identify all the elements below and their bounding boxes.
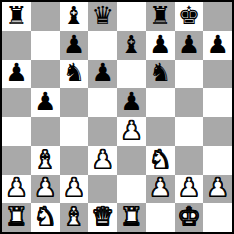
white-rook: ♜ (120, 204, 142, 229)
square-e8[interactable] (117, 2, 146, 31)
square-f8[interactable]: ♜ (146, 2, 175, 31)
square-e3[interactable] (117, 146, 146, 175)
square-f5[interactable] (146, 88, 175, 117)
square-h7[interactable]: ♟ (203, 31, 232, 60)
black-bishop: ♝ (63, 3, 85, 28)
square-f4[interactable] (146, 117, 175, 146)
white-knight: ♞ (34, 204, 56, 229)
square-h1[interactable] (203, 203, 232, 232)
square-e2[interactable] (117, 175, 146, 204)
square-f7[interactable]: ♟ (146, 31, 175, 60)
square-b5[interactable]: ♟ (31, 88, 60, 117)
square-h2[interactable]: ♟ (203, 175, 232, 204)
square-e4[interactable]: ♟ (117, 117, 146, 146)
square-h5[interactable] (203, 88, 232, 117)
black-bishop: ♝ (120, 32, 142, 57)
square-d1[interactable]: ♛ (88, 203, 117, 232)
white-bishop: ♝ (63, 204, 85, 229)
black-pawn: ♟ (206, 32, 228, 57)
square-a7[interactable] (2, 31, 31, 60)
square-h3[interactable] (203, 146, 232, 175)
black-pawn: ♟ (63, 32, 85, 57)
square-c4[interactable] (60, 117, 89, 146)
square-d5[interactable] (88, 88, 117, 117)
white-knight: ♞ (149, 147, 171, 172)
square-f1[interactable] (146, 203, 175, 232)
square-c8[interactable]: ♝ (60, 2, 89, 31)
white-pawn: ♟ (120, 118, 142, 143)
white-pawn: ♟ (178, 175, 200, 200)
square-g4[interactable] (175, 117, 204, 146)
square-d7[interactable] (88, 31, 117, 60)
black-knight: ♞ (63, 60, 85, 85)
black-rook: ♜ (5, 3, 27, 28)
white-pawn: ♟ (34, 175, 56, 200)
square-c6[interactable]: ♞ (60, 60, 89, 89)
square-a2[interactable]: ♟ (2, 175, 31, 204)
black-king: ♚ (178, 3, 200, 28)
black-queen: ♛ (91, 3, 113, 28)
square-a3[interactable] (2, 146, 31, 175)
square-d2[interactable] (88, 175, 117, 204)
black-pawn: ♟ (34, 89, 56, 114)
square-e1[interactable]: ♜ (117, 203, 146, 232)
square-f6[interactable]: ♞ (146, 60, 175, 89)
white-pawn: ♟ (149, 175, 171, 200)
white-king: ♚ (178, 204, 200, 229)
square-a1[interactable]: ♜ (2, 203, 31, 232)
square-h4[interactable] (203, 117, 232, 146)
square-h8[interactable] (203, 2, 232, 31)
chess-board: ♜♝♛♜♚♟♝♟♟♟♟♞♟♞♟♟♟♝♟♞♟♟♟♟♟♟♜♞♝♛♜♚ (0, 0, 234, 234)
square-b2[interactable]: ♟ (31, 175, 60, 204)
square-d6[interactable]: ♟ (88, 60, 117, 89)
black-pawn: ♟ (5, 60, 27, 85)
square-a6[interactable]: ♟ (2, 60, 31, 89)
square-d4[interactable] (88, 117, 117, 146)
black-pawn: ♟ (149, 32, 171, 57)
square-f2[interactable]: ♟ (146, 175, 175, 204)
square-b7[interactable] (31, 31, 60, 60)
black-knight: ♞ (149, 60, 171, 85)
square-b8[interactable] (31, 2, 60, 31)
white-pawn: ♟ (5, 175, 27, 200)
white-rook: ♜ (5, 204, 27, 229)
square-c2[interactable]: ♟ (60, 175, 89, 204)
black-rook: ♜ (149, 3, 171, 28)
white-queen: ♛ (91, 204, 113, 229)
square-e7[interactable]: ♝ (117, 31, 146, 60)
square-e6[interactable] (117, 60, 146, 89)
square-b1[interactable]: ♞ (31, 203, 60, 232)
square-g7[interactable]: ♟ (175, 31, 204, 60)
square-g8[interactable]: ♚ (175, 2, 204, 31)
square-g6[interactable] (175, 60, 204, 89)
square-a4[interactable] (2, 117, 31, 146)
black-pawn: ♟ (178, 32, 200, 57)
square-c7[interactable]: ♟ (60, 31, 89, 60)
square-f3[interactable]: ♞ (146, 146, 175, 175)
square-d3[interactable]: ♟ (88, 146, 117, 175)
white-bishop: ♝ (34, 147, 56, 172)
square-a5[interactable] (2, 88, 31, 117)
square-e5[interactable]: ♟ (117, 88, 146, 117)
square-c1[interactable]: ♝ (60, 203, 89, 232)
black-pawn: ♟ (91, 60, 113, 85)
square-a8[interactable]: ♜ (2, 2, 31, 31)
white-pawn: ♟ (206, 175, 228, 200)
white-pawn: ♟ (91, 147, 113, 172)
square-c5[interactable] (60, 88, 89, 117)
square-g5[interactable] (175, 88, 204, 117)
square-d8[interactable]: ♛ (88, 2, 117, 31)
square-g3[interactable] (175, 146, 204, 175)
white-pawn: ♟ (63, 175, 85, 200)
square-g2[interactable]: ♟ (175, 175, 204, 204)
square-b6[interactable] (31, 60, 60, 89)
square-b3[interactable]: ♝ (31, 146, 60, 175)
square-c3[interactable] (60, 146, 89, 175)
square-b4[interactable] (31, 117, 60, 146)
square-g1[interactable]: ♚ (175, 203, 204, 232)
black-pawn: ♟ (120, 89, 142, 114)
square-h6[interactable] (203, 60, 232, 89)
